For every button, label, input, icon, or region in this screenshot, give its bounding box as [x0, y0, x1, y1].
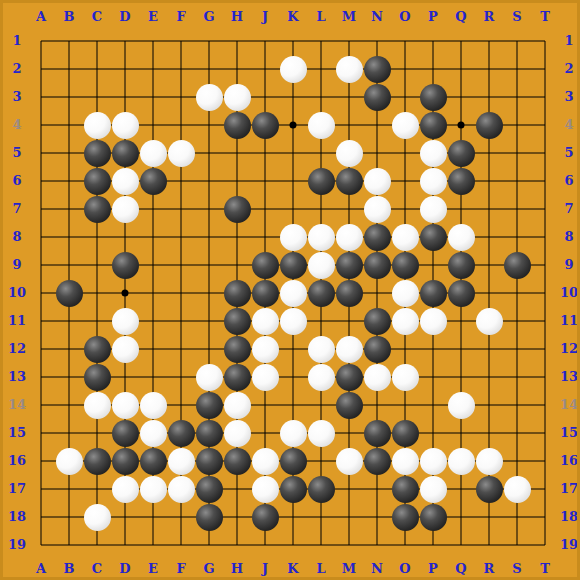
stone-white-K15 — [280, 420, 307, 447]
column-label-top: D — [113, 10, 137, 24]
column-label-top: H — [225, 10, 249, 24]
row-label-right: 7 — [557, 202, 580, 216]
stone-black-H11 — [224, 308, 251, 335]
stone-black-N16 — [364, 448, 391, 475]
stone-black-Q10 — [448, 280, 475, 307]
stone-black-C16 — [84, 448, 111, 475]
stone-black-J10 — [252, 280, 279, 307]
stone-white-H14 — [224, 392, 251, 419]
row-label-left: 18 — [5, 510, 29, 524]
stone-black-M14 — [336, 392, 363, 419]
stone-black-J9 — [252, 252, 279, 279]
stone-black-S9 — [504, 252, 531, 279]
column-label-bottom: D — [113, 562, 137, 576]
column-label-top: M — [337, 10, 361, 24]
stone-black-L17 — [308, 476, 335, 503]
column-label-bottom: R — [477, 562, 501, 576]
column-label-top: E — [141, 10, 165, 24]
stone-black-N9 — [364, 252, 391, 279]
stone-white-Q8 — [448, 224, 475, 251]
stone-white-M2 — [336, 56, 363, 83]
stone-black-H10 — [224, 280, 251, 307]
stone-white-L9 — [308, 252, 335, 279]
column-label-bottom: E — [141, 562, 165, 576]
stone-black-G18 — [196, 504, 223, 531]
stone-black-N3 — [364, 84, 391, 111]
stone-black-H12 — [224, 336, 251, 363]
stone-black-C7 — [84, 196, 111, 223]
column-label-top: F — [169, 10, 193, 24]
stone-black-H13 — [224, 364, 251, 391]
stone-black-N12 — [364, 336, 391, 363]
stone-white-J13 — [252, 364, 279, 391]
row-label-left: 5 — [5, 146, 29, 160]
row-label-left: 8 — [5, 230, 29, 244]
column-label-bottom: S — [505, 562, 529, 576]
stone-white-O10 — [392, 280, 419, 307]
star-point — [122, 290, 129, 297]
stone-white-K8 — [280, 224, 307, 251]
stone-white-E17 — [140, 476, 167, 503]
column-label-bottom: P — [421, 562, 445, 576]
stone-black-F15 — [168, 420, 195, 447]
stone-white-G13 — [196, 364, 223, 391]
stone-black-G16 — [196, 448, 223, 475]
stone-black-M10 — [336, 280, 363, 307]
stone-black-B10 — [56, 280, 83, 307]
stone-black-P4 — [420, 112, 447, 139]
stone-black-D5 — [112, 140, 139, 167]
column-label-top: N — [365, 10, 389, 24]
row-label-right: 18 — [557, 510, 580, 524]
stone-black-H16 — [224, 448, 251, 475]
column-label-bottom: L — [309, 562, 333, 576]
stone-white-C14 — [84, 392, 111, 419]
row-label-left: 13 — [5, 370, 29, 384]
row-label-right: 10 — [557, 286, 580, 300]
stone-white-C18 — [84, 504, 111, 531]
column-label-top: R — [477, 10, 501, 24]
stone-white-F5 — [168, 140, 195, 167]
row-label-left: 7 — [5, 202, 29, 216]
column-label-top: C — [85, 10, 109, 24]
column-label-bottom: T — [533, 562, 557, 576]
stone-white-L13 — [308, 364, 335, 391]
stone-white-H3 — [224, 84, 251, 111]
stone-black-C13 — [84, 364, 111, 391]
stone-white-Q14 — [448, 392, 475, 419]
stone-white-F17 — [168, 476, 195, 503]
stone-black-D9 — [112, 252, 139, 279]
stone-white-H15 — [224, 420, 251, 447]
stone-white-M12 — [336, 336, 363, 363]
stone-black-G14 — [196, 392, 223, 419]
stone-black-C6 — [84, 168, 111, 195]
row-label-right: 5 — [557, 146, 580, 160]
column-label-top: G — [197, 10, 221, 24]
row-label-right: 11 — [557, 314, 580, 328]
stone-white-P7 — [420, 196, 447, 223]
stone-white-O8 — [392, 224, 419, 251]
stone-black-M9 — [336, 252, 363, 279]
stone-black-N15 — [364, 420, 391, 447]
row-label-left: 16 — [5, 454, 29, 468]
stone-white-L15 — [308, 420, 335, 447]
stone-black-N11 — [364, 308, 391, 335]
column-label-bottom: G — [197, 562, 221, 576]
stone-black-O9 — [392, 252, 419, 279]
column-label-top: K — [281, 10, 305, 24]
stone-black-H7 — [224, 196, 251, 223]
column-label-bottom: M — [337, 562, 361, 576]
stone-black-M6 — [336, 168, 363, 195]
stone-white-R16 — [476, 448, 503, 475]
stone-white-O11 — [392, 308, 419, 335]
stone-black-N2 — [364, 56, 391, 83]
column-label-bottom: A — [29, 562, 53, 576]
stone-white-P16 — [420, 448, 447, 475]
stone-black-D16 — [112, 448, 139, 475]
row-label-right: 15 — [557, 426, 580, 440]
column-label-bottom: H — [225, 562, 249, 576]
row-label-right: 6 — [557, 174, 580, 188]
stone-black-H4 — [224, 112, 251, 139]
stone-black-N8 — [364, 224, 391, 251]
row-label-right: 17 — [557, 482, 580, 496]
stone-black-J4 — [252, 112, 279, 139]
stone-white-D7 — [112, 196, 139, 223]
column-label-bottom: K — [281, 562, 305, 576]
stone-black-O15 — [392, 420, 419, 447]
column-label-top: O — [393, 10, 417, 24]
stone-white-E15 — [140, 420, 167, 447]
stone-black-R4 — [476, 112, 503, 139]
column-label-bottom: J — [253, 562, 277, 576]
stone-white-N6 — [364, 168, 391, 195]
row-label-right: 4 — [557, 118, 580, 132]
stone-white-N7 — [364, 196, 391, 223]
stone-white-O16 — [392, 448, 419, 475]
column-label-top: Q — [449, 10, 473, 24]
row-label-right: 2 — [557, 62, 580, 76]
row-label-right: 1 — [557, 34, 580, 48]
stone-white-F16 — [168, 448, 195, 475]
stone-black-Q5 — [448, 140, 475, 167]
stone-white-K10 — [280, 280, 307, 307]
stone-black-P18 — [420, 504, 447, 531]
stone-white-M16 — [336, 448, 363, 475]
row-label-left: 1 — [5, 34, 29, 48]
row-label-right: 19 — [557, 538, 580, 552]
stone-black-O18 — [392, 504, 419, 531]
stone-black-K17 — [280, 476, 307, 503]
stone-white-K11 — [280, 308, 307, 335]
row-label-left: 6 — [5, 174, 29, 188]
row-label-left: 15 — [5, 426, 29, 440]
stone-white-P11 — [420, 308, 447, 335]
row-label-left: 3 — [5, 90, 29, 104]
column-label-top: P — [421, 10, 445, 24]
stone-white-D6 — [112, 168, 139, 195]
go-board[interactable]: AABBCCDDEEFFGGHHJJKKLLMMNNOOPPQQRRSSTT11… — [0, 0, 580, 580]
column-label-bottom: C — [85, 562, 109, 576]
column-label-bottom: F — [169, 562, 193, 576]
stone-black-C12 — [84, 336, 111, 363]
row-label-left: 2 — [5, 62, 29, 76]
stone-black-R17 — [476, 476, 503, 503]
column-label-top: L — [309, 10, 333, 24]
stone-white-R11 — [476, 308, 503, 335]
stone-white-J12 — [252, 336, 279, 363]
row-label-right: 13 — [557, 370, 580, 384]
stone-white-J17 — [252, 476, 279, 503]
stone-black-L10 — [308, 280, 335, 307]
stone-white-D17 — [112, 476, 139, 503]
row-label-right: 3 — [557, 90, 580, 104]
stone-white-D14 — [112, 392, 139, 419]
stone-white-C4 — [84, 112, 111, 139]
stone-white-D4 — [112, 112, 139, 139]
column-label-bottom: O — [393, 562, 417, 576]
stone-black-P10 — [420, 280, 447, 307]
stone-white-G3 — [196, 84, 223, 111]
stone-white-L4 — [308, 112, 335, 139]
stone-white-P5 — [420, 140, 447, 167]
row-label-right: 12 — [557, 342, 580, 356]
stone-white-S17 — [504, 476, 531, 503]
stone-black-M13 — [336, 364, 363, 391]
stone-white-E14 — [140, 392, 167, 419]
stone-white-P17 — [420, 476, 447, 503]
row-label-left: 12 — [5, 342, 29, 356]
stone-black-C5 — [84, 140, 111, 167]
stone-black-Q6 — [448, 168, 475, 195]
stone-white-K2 — [280, 56, 307, 83]
row-label-left: 11 — [5, 314, 29, 328]
stone-black-D15 — [112, 420, 139, 447]
stone-black-K16 — [280, 448, 307, 475]
row-label-right: 14 — [557, 398, 580, 412]
row-label-right: 9 — [557, 258, 580, 272]
stone-white-L12 — [308, 336, 335, 363]
column-label-bottom: N — [365, 562, 389, 576]
row-label-left: 4 — [5, 118, 29, 132]
row-label-left: 17 — [5, 482, 29, 496]
star-point — [458, 122, 465, 129]
stone-white-M5 — [336, 140, 363, 167]
stone-white-D11 — [112, 308, 139, 335]
stone-white-Q16 — [448, 448, 475, 475]
stone-white-O13 — [392, 364, 419, 391]
star-point — [290, 122, 297, 129]
stone-white-L8 — [308, 224, 335, 251]
stone-white-O4 — [392, 112, 419, 139]
stone-black-G17 — [196, 476, 223, 503]
row-label-right: 8 — [557, 230, 580, 244]
column-label-top: S — [505, 10, 529, 24]
stone-white-E5 — [140, 140, 167, 167]
stone-white-N13 — [364, 364, 391, 391]
stone-white-M8 — [336, 224, 363, 251]
stone-black-J18 — [252, 504, 279, 531]
column-label-top: T — [533, 10, 557, 24]
stone-white-B16 — [56, 448, 83, 475]
stone-black-K9 — [280, 252, 307, 279]
stone-white-P6 — [420, 168, 447, 195]
stone-black-E6 — [140, 168, 167, 195]
stone-black-P3 — [420, 84, 447, 111]
column-label-top: B — [57, 10, 81, 24]
row-label-left: 9 — [5, 258, 29, 272]
stone-white-D12 — [112, 336, 139, 363]
row-label-right: 16 — [557, 454, 580, 468]
stone-black-E16 — [140, 448, 167, 475]
row-label-left: 14 — [5, 398, 29, 412]
stone-black-P8 — [420, 224, 447, 251]
stone-black-Q9 — [448, 252, 475, 279]
row-label-left: 19 — [5, 538, 29, 552]
stone-black-L6 — [308, 168, 335, 195]
stone-white-J11 — [252, 308, 279, 335]
column-label-bottom: Q — [449, 562, 473, 576]
row-label-left: 10 — [5, 286, 29, 300]
stone-black-O17 — [392, 476, 419, 503]
stone-black-G15 — [196, 420, 223, 447]
column-label-top: J — [253, 10, 277, 24]
column-label-bottom: B — [57, 562, 81, 576]
stone-white-J16 — [252, 448, 279, 475]
column-label-top: A — [29, 10, 53, 24]
